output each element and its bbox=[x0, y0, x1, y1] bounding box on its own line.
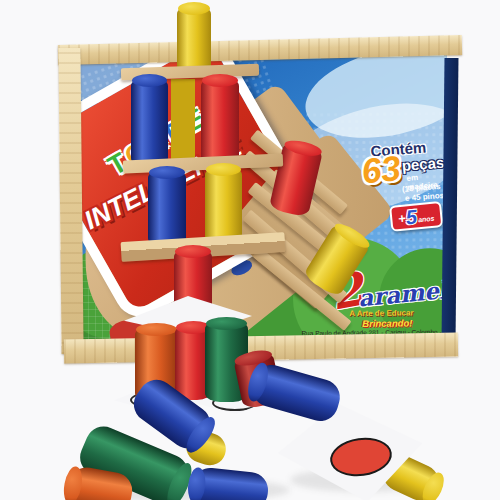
badge-number: 5 bbox=[405, 206, 418, 227]
age-badge: + 5 anos bbox=[389, 201, 443, 232]
product-photo: TORRE INTELIGENTE Contém 63 peças em mad… bbox=[0, 0, 500, 500]
red-circle bbox=[328, 434, 395, 480]
scatter-pin-blue-c bbox=[190, 466, 270, 500]
scatter-pin-blue-a bbox=[248, 361, 344, 426]
badge-label: anos bbox=[418, 214, 435, 223]
brand-tagline-2: Brincando! bbox=[362, 317, 412, 329]
tower-pin-blue-l4 bbox=[131, 77, 168, 167]
count-number: 63 bbox=[360, 148, 403, 192]
tower-pin-red-l4 bbox=[201, 77, 239, 167]
box-right-edge bbox=[442, 58, 459, 342]
tower-pin-blue-l3 bbox=[148, 169, 186, 247]
box-left-rail bbox=[58, 48, 83, 354]
tower-pin-yellow-hidden bbox=[171, 79, 195, 161]
